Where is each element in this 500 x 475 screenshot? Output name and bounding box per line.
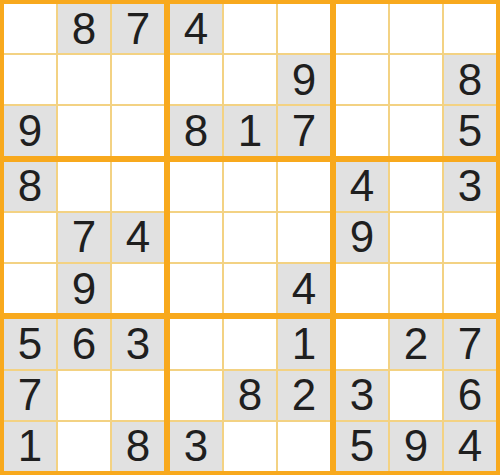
box-r1c2: 49817 [170, 4, 330, 156]
cell-r8c4[interactable] [170, 371, 222, 420]
cell-r5c6[interactable] [278, 213, 330, 262]
cell-r5c2[interactable]: 7 [58, 213, 110, 262]
cell-r7c4[interactable] [170, 319, 222, 368]
box-r1c3: 85 [336, 4, 496, 156]
cell-r8c3[interactable] [112, 371, 164, 420]
cell-r4c1[interactable]: 8 [4, 162, 56, 211]
cell-r2c9[interactable]: 8 [444, 55, 496, 104]
cell-r6c1[interactable] [4, 264, 56, 313]
cell-r5c5[interactable] [224, 213, 276, 262]
cell-r1c3[interactable]: 7 [112, 4, 164, 53]
cell-r8c1[interactable]: 7 [4, 371, 56, 420]
cell-r6c8[interactable] [390, 264, 442, 313]
cell-r7c2[interactable]: 6 [58, 319, 110, 368]
cell-r4c6[interactable] [278, 162, 330, 211]
cell-r1c9[interactable] [444, 4, 496, 53]
cell-r3c4[interactable]: 8 [170, 106, 222, 155]
sudoku-board: 87949817858749443956371818232736594 [0, 0, 500, 475]
cell-r8c2[interactable] [58, 371, 110, 420]
box-r2c1: 8749 [4, 162, 164, 314]
cell-r1c6[interactable] [278, 4, 330, 53]
cell-r3c9[interactable]: 5 [444, 106, 496, 155]
cell-r6c6[interactable]: 4 [278, 264, 330, 313]
cell-r6c5[interactable] [224, 264, 276, 313]
cell-r5c3[interactable]: 4 [112, 213, 164, 262]
cell-r3c1[interactable]: 9 [4, 106, 56, 155]
cell-r1c4[interactable]: 4 [170, 4, 222, 53]
cell-r8c6[interactable]: 2 [278, 371, 330, 420]
cell-r9c6[interactable] [278, 422, 330, 471]
cell-r4c7[interactable]: 4 [336, 162, 388, 211]
cell-r9c5[interactable] [224, 422, 276, 471]
cell-r9c8[interactable]: 9 [390, 422, 442, 471]
cell-r5c9[interactable] [444, 213, 496, 262]
cell-r1c8[interactable] [390, 4, 442, 53]
cell-r1c7[interactable] [336, 4, 388, 53]
cell-r8c9[interactable]: 6 [444, 371, 496, 420]
cell-r4c9[interactable]: 3 [444, 162, 496, 211]
cell-r1c5[interactable] [224, 4, 276, 53]
cell-r7c3[interactable]: 3 [112, 319, 164, 368]
cell-r7c9[interactable]: 7 [444, 319, 496, 368]
box-r1c1: 879 [4, 4, 164, 156]
cell-r7c7[interactable] [336, 319, 388, 368]
cell-r4c2[interactable] [58, 162, 110, 211]
cell-r5c7[interactable]: 9 [336, 213, 388, 262]
cell-r9c3[interactable]: 8 [112, 422, 164, 471]
cell-r7c8[interactable]: 2 [390, 319, 442, 368]
cell-r9c7[interactable]: 5 [336, 422, 388, 471]
cell-r3c3[interactable] [112, 106, 164, 155]
cell-r8c5[interactable]: 8 [224, 371, 276, 420]
cell-r2c8[interactable] [390, 55, 442, 104]
cell-r3c7[interactable] [336, 106, 388, 155]
box-r2c3: 439 [336, 162, 496, 314]
cell-r4c8[interactable] [390, 162, 442, 211]
cell-r4c5[interactable] [224, 162, 276, 211]
cell-r2c2[interactable] [58, 55, 110, 104]
cell-r2c7[interactable] [336, 55, 388, 104]
cell-r6c4[interactable] [170, 264, 222, 313]
cell-r3c6[interactable]: 7 [278, 106, 330, 155]
cell-r9c2[interactable] [58, 422, 110, 471]
cell-r3c8[interactable] [390, 106, 442, 155]
cell-r7c5[interactable] [224, 319, 276, 368]
cell-r8c8[interactable] [390, 371, 442, 420]
cell-r6c9[interactable] [444, 264, 496, 313]
cell-r4c4[interactable] [170, 162, 222, 211]
box-r2c2: 4 [170, 162, 330, 314]
cell-r9c9[interactable]: 4 [444, 422, 496, 471]
cell-r2c6[interactable]: 9 [278, 55, 330, 104]
box-r3c2: 1823 [170, 319, 330, 471]
box-r3c3: 2736594 [336, 319, 496, 471]
cell-r6c2[interactable]: 9 [58, 264, 110, 313]
cell-r6c3[interactable] [112, 264, 164, 313]
cell-r1c1[interactable] [4, 4, 56, 53]
cell-r7c1[interactable]: 5 [4, 319, 56, 368]
cell-r9c4[interactable]: 3 [170, 422, 222, 471]
cell-r2c4[interactable] [170, 55, 222, 104]
cell-r6c7[interactable] [336, 264, 388, 313]
cell-r7c6[interactable]: 1 [278, 319, 330, 368]
cell-r1c2[interactable]: 8 [58, 4, 110, 53]
box-r3c1: 563718 [4, 319, 164, 471]
cell-r5c1[interactable] [4, 213, 56, 262]
cell-r9c1[interactable]: 1 [4, 422, 56, 471]
cell-r5c4[interactable] [170, 213, 222, 262]
cell-r4c3[interactable] [112, 162, 164, 211]
cell-r2c3[interactable] [112, 55, 164, 104]
cell-r3c2[interactable] [58, 106, 110, 155]
cell-r2c5[interactable] [224, 55, 276, 104]
cell-r5c8[interactable] [390, 213, 442, 262]
cell-r3c5[interactable]: 1 [224, 106, 276, 155]
cell-r2c1[interactable] [4, 55, 56, 104]
cell-r8c7[interactable]: 3 [336, 371, 388, 420]
